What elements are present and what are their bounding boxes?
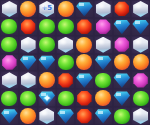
green-emerald-gem-icon: [58, 91, 74, 106]
orange-round-gem-icon: [58, 1, 74, 17]
green-emerald-gem-icon: [20, 91, 36, 106]
cell-r3c2[interactable]: [19, 36, 38, 54]
plus5-bonus-label: +5: [39, 1, 54, 17]
white-hexagon-gem-time-bonus-icon: +5: [39, 1, 54, 17]
cell-r7c5[interactable]: [75, 107, 94, 125]
white-hexagon-gem-icon: [21, 72, 36, 88]
cell-r1c7[interactable]: [113, 0, 132, 18]
cell-r6c4[interactable]: [56, 89, 75, 107]
cell-r5c2[interactable]: [19, 71, 38, 89]
green-emerald-gem-icon: [39, 37, 55, 52]
cell-r7c7[interactable]: [113, 107, 132, 125]
white-hexagon-gem-icon: [21, 37, 36, 53]
green-emerald-gem-icon: [39, 19, 55, 34]
blue-diamond-gem-icon: [132, 19, 149, 34]
cell-r4c8[interactable]: [131, 54, 150, 72]
cell-r2c6[interactable]: [94, 18, 113, 36]
orange-round-gem-icon: [20, 108, 36, 124]
cell-r7c3[interactable]: [38, 107, 57, 125]
white-hexagon-gem-icon: [96, 1, 111, 17]
orange-round-gem-icon: [133, 54, 149, 70]
white-hexagon-gem-icon: [2, 1, 17, 17]
cell-r1c1[interactable]: [0, 0, 19, 18]
green-emerald-gem-icon: [1, 91, 17, 106]
cell-r3c1[interactable]: [0, 36, 19, 54]
cell-r2c8[interactable]: [131, 18, 150, 36]
orange-round-gem-icon: [39, 72, 55, 88]
game-stage: +5✦: [0, 0, 150, 125]
blue-diamond-power-gem-icon: ✦: [38, 91, 55, 106]
cell-r7c6[interactable]: [94, 107, 113, 125]
cell-r2c3[interactable]: [38, 18, 57, 36]
cell-r1c4[interactable]: [56, 0, 75, 18]
cell-r7c8[interactable]: [131, 107, 150, 125]
magenta-cushion-gem-icon: [2, 55, 17, 70]
cell-r5c1[interactable]: [0, 71, 19, 89]
red-ruby-gem-icon: [58, 73, 73, 88]
cell-r1c8[interactable]: [131, 0, 150, 18]
cell-r7c1[interactable]: [0, 107, 19, 125]
green-emerald-gem-icon: [114, 109, 130, 124]
blue-diamond-gem-icon: [113, 91, 130, 106]
cell-r6c2[interactable]: [19, 89, 38, 107]
cell-r6c3[interactable]: ✦: [38, 89, 57, 107]
cell-r4c6[interactable]: [94, 54, 113, 72]
cell-r2c2[interactable]: [19, 18, 38, 36]
magenta-cushion-gem-icon: [114, 37, 129, 52]
blue-diamond-gem-icon: [113, 19, 130, 34]
white-hexagon-gem-icon: [39, 108, 54, 124]
cell-r6c1[interactable]: [0, 89, 19, 107]
cell-r4c4[interactable]: [56, 54, 75, 72]
blue-diamond-gem-icon: [57, 109, 74, 124]
orange-round-gem-icon: [114, 54, 130, 70]
cell-r4c5[interactable]: [75, 54, 94, 72]
cell-r2c7[interactable]: [113, 18, 132, 36]
cell-r3c6[interactable]: [94, 36, 113, 54]
green-emerald-gem-icon: [133, 91, 149, 106]
cell-r3c4[interactable]: [56, 36, 75, 54]
cell-r3c8[interactable]: [131, 36, 150, 54]
blue-diamond-gem-icon: [113, 73, 130, 88]
white-hexagon-gem-icon: [133, 37, 148, 53]
orange-round-gem-icon: [20, 1, 36, 17]
orange-round-gem-icon: [76, 37, 92, 53]
red-ruby-gem-icon: [77, 91, 92, 106]
orange-round-gem-icon: [95, 90, 111, 106]
cell-r6c7[interactable]: [113, 89, 132, 107]
cell-r5c4[interactable]: [56, 71, 75, 89]
red-ruby-gem-icon: [114, 1, 129, 16]
blue-diamond-gem-icon: [38, 55, 55, 70]
cell-r2c4[interactable]: [56, 18, 75, 36]
cell-r3c5[interactable]: [75, 36, 94, 54]
cell-r1c5[interactable]: [75, 0, 94, 18]
blue-diamond-gem-icon: [20, 55, 37, 70]
cell-r5c3[interactable]: [38, 71, 57, 89]
cell-r6c5[interactable]: [75, 89, 94, 107]
green-emerald-gem-icon: [1, 19, 17, 34]
cell-r5c6[interactable]: [94, 71, 113, 89]
green-emerald-gem-icon: [58, 55, 74, 70]
orange-round-gem-icon: [76, 54, 92, 70]
blue-diamond-gem-icon: [95, 109, 112, 124]
white-hexagon-gem-icon: [2, 72, 17, 88]
cell-r6c6[interactable]: [94, 89, 113, 107]
blue-diamond-gem-icon: [95, 55, 112, 70]
green-emerald-gem-icon: [95, 73, 111, 88]
cell-r1c2[interactable]: [19, 0, 38, 18]
blue-diamond-gem-icon: [76, 73, 93, 88]
red-ruby-gem-icon: [21, 19, 36, 34]
cell-r5c5[interactable]: [75, 71, 94, 89]
magenta-cushion-gem-icon: [96, 19, 111, 34]
cell-r3c3[interactable]: [38, 36, 57, 54]
cell-r3c7[interactable]: [113, 36, 132, 54]
white-hexagon-gem-icon: [58, 37, 73, 53]
jewel-board: +5✦: [0, 0, 150, 125]
green-emerald-gem-icon: [1, 37, 17, 52]
cell-r7c2[interactable]: [19, 107, 38, 125]
cell-r4c3[interactable]: [38, 54, 57, 72]
power-sparkle-icon: ✦: [38, 91, 55, 106]
white-hexagon-gem-icon: [96, 37, 111, 53]
green-emerald-gem-icon: [58, 19, 74, 34]
cell-r4c7[interactable]: [113, 54, 132, 72]
cell-r5c7[interactable]: [113, 71, 132, 89]
cell-r1c3[interactable]: +5: [38, 0, 57, 18]
magenta-cushion-gem-icon: [133, 73, 148, 88]
cell-r7c4[interactable]: [56, 107, 75, 125]
cell-r2c5[interactable]: [75, 18, 94, 36]
cell-r5c8[interactable]: [131, 71, 150, 89]
blue-diamond-gem-icon: [1, 109, 18, 124]
white-hexagon-gem-icon: [133, 1, 148, 17]
white-hexagon-gem-icon: [133, 108, 148, 124]
cell-r4c2[interactable]: [19, 54, 38, 72]
blue-diamond-gem-icon: [76, 1, 93, 16]
cell-r6c8[interactable]: [131, 89, 150, 107]
cell-r2c1[interactable]: [0, 18, 19, 36]
red-ruby-gem-icon: [77, 19, 92, 34]
red-ruby-gem-icon: [77, 109, 92, 124]
cell-r1c6[interactable]: [94, 0, 113, 18]
cell-r4c1[interactable]: [0, 54, 19, 72]
